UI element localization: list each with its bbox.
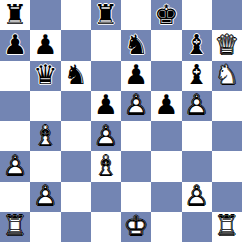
square-b7[interactable]: ♟ (30, 30, 60, 60)
square-g2[interactable]: ♟♙ (182, 182, 212, 212)
square-g5[interactable]: ♟♙ (182, 91, 212, 121)
square-h5[interactable] (212, 91, 242, 121)
square-h7[interactable]: ♛♕ (212, 30, 242, 60)
square-a6[interactable] (0, 61, 30, 91)
square-h8[interactable] (212, 0, 242, 30)
square-f6[interactable] (151, 61, 181, 91)
square-f8[interactable]: ♚ (151, 0, 181, 30)
square-g1[interactable] (182, 212, 212, 242)
square-g8[interactable] (182, 0, 212, 30)
white-rook-piece[interactable]: ♜♖ (212, 212, 242, 242)
white-bishop-piece[interactable]: ♝♗ (91, 151, 121, 181)
square-h2[interactable] (212, 182, 242, 212)
square-d4[interactable]: ♟♙ (91, 121, 121, 151)
square-a4[interactable] (0, 121, 30, 151)
black-rook-piece[interactable]: ♜ (0, 0, 30, 30)
square-a7[interactable]: ♟ (0, 30, 30, 60)
square-a3[interactable]: ♟♙ (0, 151, 30, 181)
square-e6[interactable]: ♟ (121, 61, 151, 91)
white-queen-piece[interactable]: ♛♕ (212, 30, 242, 60)
white-pawn-piece[interactable]: ♟♙ (121, 91, 151, 121)
square-d6[interactable] (91, 61, 121, 91)
white-pawn-piece[interactable]: ♟♙ (30, 182, 60, 212)
square-f3[interactable] (151, 151, 181, 181)
white-knight-piece[interactable]: ♞♘ (212, 61, 242, 91)
black-pawn-piece[interactable]: ♟ (121, 61, 151, 91)
square-c2[interactable] (61, 182, 91, 212)
black-bishop-piece[interactable]: ♝ (182, 61, 212, 91)
square-c1[interactable] (61, 212, 91, 242)
square-e3[interactable] (121, 151, 151, 181)
square-e8[interactable] (121, 0, 151, 30)
square-c4[interactable] (61, 121, 91, 151)
white-bishop-piece[interactable]: ♝♗ (30, 121, 60, 151)
square-h6[interactable]: ♞♘ (212, 61, 242, 91)
square-b3[interactable] (30, 151, 60, 181)
black-rook-piece[interactable]: ♜ (91, 0, 121, 30)
square-e1[interactable]: ♚♔ (121, 212, 151, 242)
square-b8[interactable] (30, 0, 60, 30)
square-a5[interactable] (0, 91, 30, 121)
square-d1[interactable] (91, 212, 121, 242)
black-pawn-piece[interactable]: ♟ (30, 30, 60, 60)
square-h4[interactable] (212, 121, 242, 151)
white-rook-piece[interactable]: ♜♖ (0, 212, 30, 242)
square-a8[interactable]: ♜ (0, 0, 30, 30)
white-pawn-piece[interactable]: ♟♙ (0, 151, 30, 181)
white-pawn-piece[interactable]: ♟♙ (182, 91, 212, 121)
square-h1[interactable]: ♜♖ (212, 212, 242, 242)
square-c3[interactable] (61, 151, 91, 181)
black-knight-piece[interactable]: ♞ (61, 61, 91, 91)
square-f2[interactable] (151, 182, 181, 212)
square-f4[interactable] (151, 121, 181, 151)
square-b1[interactable] (30, 212, 60, 242)
black-pawn-piece[interactable]: ♟ (0, 30, 30, 60)
square-b6[interactable]: ♛ (30, 61, 60, 91)
square-d2[interactable] (91, 182, 121, 212)
black-queen-piece[interactable]: ♛ (30, 61, 60, 91)
square-e4[interactable] (121, 121, 151, 151)
square-g3[interactable] (182, 151, 212, 181)
square-c6[interactable]: ♞ (61, 61, 91, 91)
white-pawn-piece[interactable]: ♟♙ (91, 121, 121, 151)
square-b4[interactable]: ♝♗ (30, 121, 60, 151)
square-d8[interactable]: ♜ (91, 0, 121, 30)
square-e5[interactable]: ♟♙ (121, 91, 151, 121)
square-g7[interactable]: ♝ (182, 30, 212, 60)
square-g4[interactable] (182, 121, 212, 151)
square-h3[interactable] (212, 151, 242, 181)
square-b5[interactable] (30, 91, 60, 121)
square-c5[interactable] (61, 91, 91, 121)
square-d5[interactable]: ♟ (91, 91, 121, 121)
chess-board: ♜♜♚♟♟♞♝♛♕♛♞♟♝♞♘♟♟♙♟♟♙♝♗♟♙♟♙♝♗♟♙♟♙♜♖♚♔♜♖ (0, 0, 242, 242)
square-e2[interactable] (121, 182, 151, 212)
square-f5[interactable]: ♟ (151, 91, 181, 121)
black-pawn-piece[interactable]: ♟ (151, 91, 181, 121)
square-a1[interactable]: ♜♖ (0, 212, 30, 242)
white-pawn-piece[interactable]: ♟♙ (182, 182, 212, 212)
square-c8[interactable] (61, 0, 91, 30)
black-king-piece[interactable]: ♚ (151, 0, 181, 30)
square-a2[interactable] (0, 182, 30, 212)
black-bishop-piece[interactable]: ♝ (182, 30, 212, 60)
black-knight-piece[interactable]: ♞ (121, 30, 151, 60)
chess-board-container: ♜♜♚♟♟♞♝♛♕♛♞♟♝♞♘♟♟♙♟♟♙♝♗♟♙♟♙♝♗♟♙♟♙♜♖♚♔♜♖ (0, 0, 242, 242)
square-d7[interactable] (91, 30, 121, 60)
square-b2[interactable]: ♟♙ (30, 182, 60, 212)
square-c7[interactable] (61, 30, 91, 60)
square-f1[interactable] (151, 212, 181, 242)
square-g6[interactable]: ♝ (182, 61, 212, 91)
square-e7[interactable]: ♞ (121, 30, 151, 60)
square-d3[interactable]: ♝♗ (91, 151, 121, 181)
white-king-piece[interactable]: ♚♔ (121, 212, 151, 242)
black-pawn-piece[interactable]: ♟ (91, 91, 121, 121)
square-f7[interactable] (151, 30, 181, 60)
